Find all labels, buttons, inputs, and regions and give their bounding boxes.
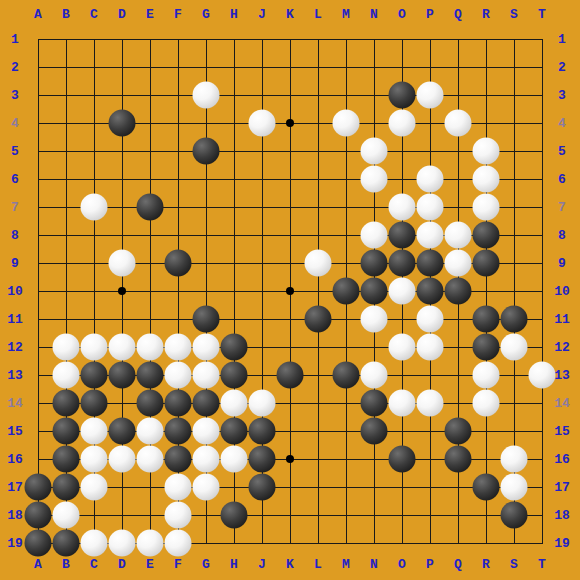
intersection-R4[interactable] <box>472 109 500 137</box>
intersection-E12[interactable] <box>136 333 164 361</box>
intersection-M2[interactable] <box>332 53 360 81</box>
intersection-F17[interactable] <box>164 473 192 501</box>
intersection-O11[interactable] <box>388 305 416 333</box>
intersection-R11[interactable] <box>472 305 500 333</box>
intersection-D12[interactable] <box>108 333 136 361</box>
intersection-F11[interactable] <box>164 305 192 333</box>
intersection-L2[interactable] <box>304 53 332 81</box>
intersection-A9[interactable] <box>24 249 52 277</box>
intersection-E5[interactable] <box>136 137 164 165</box>
intersection-J17[interactable] <box>248 473 276 501</box>
intersection-P19[interactable] <box>416 529 444 557</box>
intersection-T5[interactable] <box>528 137 556 165</box>
intersection-T10[interactable] <box>528 277 556 305</box>
intersection-L15[interactable] <box>304 417 332 445</box>
intersection-S14[interactable] <box>500 389 528 417</box>
intersection-B17[interactable] <box>52 473 80 501</box>
intersection-O9[interactable] <box>388 249 416 277</box>
intersection-B12[interactable] <box>52 333 80 361</box>
intersection-P8[interactable] <box>416 221 444 249</box>
intersection-C6[interactable] <box>80 165 108 193</box>
intersection-H14[interactable] <box>220 389 248 417</box>
intersection-S8[interactable] <box>500 221 528 249</box>
intersection-K18[interactable] <box>276 501 304 529</box>
intersection-A11[interactable] <box>24 305 52 333</box>
intersection-N3[interactable] <box>360 81 388 109</box>
intersection-A19[interactable] <box>24 529 52 557</box>
intersection-L17[interactable] <box>304 473 332 501</box>
intersection-L3[interactable] <box>304 81 332 109</box>
intersection-C2[interactable] <box>80 53 108 81</box>
intersection-L12[interactable] <box>304 333 332 361</box>
intersection-B6[interactable] <box>52 165 80 193</box>
intersection-Q8[interactable] <box>444 221 472 249</box>
intersection-E4[interactable] <box>136 109 164 137</box>
intersection-B18[interactable] <box>52 501 80 529</box>
intersection-J18[interactable] <box>248 501 276 529</box>
intersection-B4[interactable] <box>52 109 80 137</box>
intersection-O2[interactable] <box>388 53 416 81</box>
intersection-O6[interactable] <box>388 165 416 193</box>
intersection-D16[interactable] <box>108 445 136 473</box>
intersection-O15[interactable] <box>388 417 416 445</box>
intersection-K13[interactable] <box>276 361 304 389</box>
intersection-Q12[interactable] <box>444 333 472 361</box>
intersection-S16[interactable] <box>500 445 528 473</box>
intersection-K4[interactable] <box>276 109 304 137</box>
intersection-M6[interactable] <box>332 165 360 193</box>
intersection-E3[interactable] <box>136 81 164 109</box>
intersection-K3[interactable] <box>276 81 304 109</box>
intersection-E15[interactable] <box>136 417 164 445</box>
intersection-T14[interactable] <box>528 389 556 417</box>
intersection-L7[interactable] <box>304 193 332 221</box>
intersection-H19[interactable] <box>220 529 248 557</box>
intersection-T12[interactable] <box>528 333 556 361</box>
intersection-J2[interactable] <box>248 53 276 81</box>
intersection-F9[interactable] <box>164 249 192 277</box>
intersection-M8[interactable] <box>332 221 360 249</box>
intersection-S2[interactable] <box>500 53 528 81</box>
intersection-P17[interactable] <box>416 473 444 501</box>
intersection-G8[interactable] <box>192 221 220 249</box>
intersection-Q16[interactable] <box>444 445 472 473</box>
intersection-K9[interactable] <box>276 249 304 277</box>
intersection-C4[interactable] <box>80 109 108 137</box>
intersection-R16[interactable] <box>472 445 500 473</box>
intersection-H12[interactable] <box>220 333 248 361</box>
intersection-Q17[interactable] <box>444 473 472 501</box>
intersection-A5[interactable] <box>24 137 52 165</box>
intersection-F18[interactable] <box>164 501 192 529</box>
intersection-G4[interactable] <box>192 109 220 137</box>
intersection-F7[interactable] <box>164 193 192 221</box>
intersection-C12[interactable] <box>80 333 108 361</box>
intersection-Q1[interactable] <box>444 25 472 53</box>
intersection-N15[interactable] <box>360 417 388 445</box>
intersection-K19[interactable] <box>276 529 304 557</box>
intersection-N19[interactable] <box>360 529 388 557</box>
intersection-R3[interactable] <box>472 81 500 109</box>
intersection-D1[interactable] <box>108 25 136 53</box>
intersection-K2[interactable] <box>276 53 304 81</box>
intersection-R13[interactable] <box>472 361 500 389</box>
intersection-E8[interactable] <box>136 221 164 249</box>
intersection-H3[interactable] <box>220 81 248 109</box>
intersection-S3[interactable] <box>500 81 528 109</box>
intersection-T18[interactable] <box>528 501 556 529</box>
intersection-R17[interactable] <box>472 473 500 501</box>
intersection-L10[interactable] <box>304 277 332 305</box>
intersection-B19[interactable] <box>52 529 80 557</box>
intersection-D10[interactable] <box>108 277 136 305</box>
intersection-D3[interactable] <box>108 81 136 109</box>
intersection-H10[interactable] <box>220 277 248 305</box>
intersection-D4[interactable] <box>108 109 136 137</box>
intersection-T19[interactable] <box>528 529 556 557</box>
intersection-P11[interactable] <box>416 305 444 333</box>
intersection-H16[interactable] <box>220 445 248 473</box>
intersection-B14[interactable] <box>52 389 80 417</box>
intersection-D8[interactable] <box>108 221 136 249</box>
intersection-K11[interactable] <box>276 305 304 333</box>
intersection-A3[interactable] <box>24 81 52 109</box>
intersection-K15[interactable] <box>276 417 304 445</box>
intersection-M14[interactable] <box>332 389 360 417</box>
intersection-E6[interactable] <box>136 165 164 193</box>
intersection-G7[interactable] <box>192 193 220 221</box>
intersection-K16[interactable] <box>276 445 304 473</box>
intersection-A16[interactable] <box>24 445 52 473</box>
intersection-S4[interactable] <box>500 109 528 137</box>
intersection-J10[interactable] <box>248 277 276 305</box>
intersection-A15[interactable] <box>24 417 52 445</box>
intersection-O7[interactable] <box>388 193 416 221</box>
intersection-R2[interactable] <box>472 53 500 81</box>
intersection-B10[interactable] <box>52 277 80 305</box>
intersection-P13[interactable] <box>416 361 444 389</box>
intersection-M1[interactable] <box>332 25 360 53</box>
intersection-O12[interactable] <box>388 333 416 361</box>
intersection-J5[interactable] <box>248 137 276 165</box>
intersection-S9[interactable] <box>500 249 528 277</box>
intersection-G3[interactable] <box>192 81 220 109</box>
intersection-M15[interactable] <box>332 417 360 445</box>
intersection-B8[interactable] <box>52 221 80 249</box>
intersection-G14[interactable] <box>192 389 220 417</box>
intersection-J9[interactable] <box>248 249 276 277</box>
intersection-N9[interactable] <box>360 249 388 277</box>
intersection-N6[interactable] <box>360 165 388 193</box>
intersection-K1[interactable] <box>276 25 304 53</box>
intersection-H17[interactable] <box>220 473 248 501</box>
intersection-L13[interactable] <box>304 361 332 389</box>
intersection-N10[interactable] <box>360 277 388 305</box>
intersection-A10[interactable] <box>24 277 52 305</box>
intersection-C16[interactable] <box>80 445 108 473</box>
intersection-G11[interactable] <box>192 305 220 333</box>
intersection-C8[interactable] <box>80 221 108 249</box>
intersection-C11[interactable] <box>80 305 108 333</box>
intersection-A12[interactable] <box>24 333 52 361</box>
intersection-G6[interactable] <box>192 165 220 193</box>
intersection-F14[interactable] <box>164 389 192 417</box>
intersection-D2[interactable] <box>108 53 136 81</box>
intersection-J6[interactable] <box>248 165 276 193</box>
intersection-B2[interactable] <box>52 53 80 81</box>
intersection-P12[interactable] <box>416 333 444 361</box>
intersection-B15[interactable] <box>52 417 80 445</box>
intersection-P6[interactable] <box>416 165 444 193</box>
intersection-R1[interactable] <box>472 25 500 53</box>
intersection-M18[interactable] <box>332 501 360 529</box>
intersection-O14[interactable] <box>388 389 416 417</box>
intersection-P16[interactable] <box>416 445 444 473</box>
intersection-P3[interactable] <box>416 81 444 109</box>
intersection-K10[interactable] <box>276 277 304 305</box>
intersection-O17[interactable] <box>388 473 416 501</box>
intersection-B11[interactable] <box>52 305 80 333</box>
intersection-S19[interactable] <box>500 529 528 557</box>
intersection-S1[interactable] <box>500 25 528 53</box>
intersection-C18[interactable] <box>80 501 108 529</box>
intersection-Q7[interactable] <box>444 193 472 221</box>
intersection-C7[interactable] <box>80 193 108 221</box>
intersection-H11[interactable] <box>220 305 248 333</box>
intersection-H5[interactable] <box>220 137 248 165</box>
intersection-E19[interactable] <box>136 529 164 557</box>
intersection-H13[interactable] <box>220 361 248 389</box>
intersection-C14[interactable] <box>80 389 108 417</box>
intersection-F2[interactable] <box>164 53 192 81</box>
intersection-E13[interactable] <box>136 361 164 389</box>
intersection-Q4[interactable] <box>444 109 472 137</box>
intersection-S5[interactable] <box>500 137 528 165</box>
intersection-Q11[interactable] <box>444 305 472 333</box>
intersection-G16[interactable] <box>192 445 220 473</box>
intersection-G10[interactable] <box>192 277 220 305</box>
intersection-N1[interactable] <box>360 25 388 53</box>
intersection-R14[interactable] <box>472 389 500 417</box>
intersection-P7[interactable] <box>416 193 444 221</box>
intersection-K7[interactable] <box>276 193 304 221</box>
intersection-H4[interactable] <box>220 109 248 137</box>
intersection-J4[interactable] <box>248 109 276 137</box>
intersection-G17[interactable] <box>192 473 220 501</box>
intersection-H1[interactable] <box>220 25 248 53</box>
intersection-E10[interactable] <box>136 277 164 305</box>
intersection-Q5[interactable] <box>444 137 472 165</box>
intersection-S6[interactable] <box>500 165 528 193</box>
intersection-J8[interactable] <box>248 221 276 249</box>
intersection-C10[interactable] <box>80 277 108 305</box>
intersection-L8[interactable] <box>304 221 332 249</box>
intersection-L14[interactable] <box>304 389 332 417</box>
intersection-R9[interactable] <box>472 249 500 277</box>
intersection-K5[interactable] <box>276 137 304 165</box>
intersection-N8[interactable] <box>360 221 388 249</box>
intersection-B7[interactable] <box>52 193 80 221</box>
intersection-R10[interactable] <box>472 277 500 305</box>
intersection-J12[interactable] <box>248 333 276 361</box>
intersection-G1[interactable] <box>192 25 220 53</box>
intersection-E1[interactable] <box>136 25 164 53</box>
intersection-F10[interactable] <box>164 277 192 305</box>
intersection-N18[interactable] <box>360 501 388 529</box>
intersection-S10[interactable] <box>500 277 528 305</box>
intersection-L6[interactable] <box>304 165 332 193</box>
intersection-L16[interactable] <box>304 445 332 473</box>
intersection-P18[interactable] <box>416 501 444 529</box>
intersection-J3[interactable] <box>248 81 276 109</box>
intersection-O3[interactable] <box>388 81 416 109</box>
intersection-N7[interactable] <box>360 193 388 221</box>
intersection-D19[interactable] <box>108 529 136 557</box>
intersection-F1[interactable] <box>164 25 192 53</box>
intersection-N17[interactable] <box>360 473 388 501</box>
intersection-L4[interactable] <box>304 109 332 137</box>
intersection-S13[interactable] <box>500 361 528 389</box>
intersection-E2[interactable] <box>136 53 164 81</box>
intersection-A18[interactable] <box>24 501 52 529</box>
intersection-D5[interactable] <box>108 137 136 165</box>
intersection-C1[interactable] <box>80 25 108 53</box>
intersection-K6[interactable] <box>276 165 304 193</box>
intersection-P14[interactable] <box>416 389 444 417</box>
intersection-G12[interactable] <box>192 333 220 361</box>
intersection-M10[interactable] <box>332 277 360 305</box>
intersection-A1[interactable] <box>24 25 52 53</box>
intersection-D7[interactable] <box>108 193 136 221</box>
intersection-R12[interactable] <box>472 333 500 361</box>
intersection-A17[interactable] <box>24 473 52 501</box>
intersection-J15[interactable] <box>248 417 276 445</box>
intersection-E18[interactable] <box>136 501 164 529</box>
intersection-M13[interactable] <box>332 361 360 389</box>
intersection-B16[interactable] <box>52 445 80 473</box>
intersection-E14[interactable] <box>136 389 164 417</box>
intersection-D11[interactable] <box>108 305 136 333</box>
intersection-F5[interactable] <box>164 137 192 165</box>
intersection-P5[interactable] <box>416 137 444 165</box>
intersection-G15[interactable] <box>192 417 220 445</box>
intersection-N14[interactable] <box>360 389 388 417</box>
intersection-R7[interactable] <box>472 193 500 221</box>
intersection-P15[interactable] <box>416 417 444 445</box>
intersection-H15[interactable] <box>220 417 248 445</box>
intersection-R8[interactable] <box>472 221 500 249</box>
intersection-A6[interactable] <box>24 165 52 193</box>
intersection-A14[interactable] <box>24 389 52 417</box>
intersection-M11[interactable] <box>332 305 360 333</box>
intersection-M19[interactable] <box>332 529 360 557</box>
intersection-P1[interactable] <box>416 25 444 53</box>
intersection-J14[interactable] <box>248 389 276 417</box>
intersection-M9[interactable] <box>332 249 360 277</box>
intersection-D9[interactable] <box>108 249 136 277</box>
intersection-C9[interactable] <box>80 249 108 277</box>
intersection-O13[interactable] <box>388 361 416 389</box>
intersection-T4[interactable] <box>528 109 556 137</box>
intersection-B3[interactable] <box>52 81 80 109</box>
intersection-C5[interactable] <box>80 137 108 165</box>
intersection-H2[interactable] <box>220 53 248 81</box>
intersection-K12[interactable] <box>276 333 304 361</box>
intersection-J16[interactable] <box>248 445 276 473</box>
intersection-N16[interactable] <box>360 445 388 473</box>
intersection-N5[interactable] <box>360 137 388 165</box>
intersection-F6[interactable] <box>164 165 192 193</box>
intersection-T16[interactable] <box>528 445 556 473</box>
intersection-R19[interactable] <box>472 529 500 557</box>
intersection-J7[interactable] <box>248 193 276 221</box>
intersection-R15[interactable] <box>472 417 500 445</box>
intersection-O8[interactable] <box>388 221 416 249</box>
intersection-J1[interactable] <box>248 25 276 53</box>
intersection-S17[interactable] <box>500 473 528 501</box>
intersection-A2[interactable] <box>24 53 52 81</box>
intersection-H8[interactable] <box>220 221 248 249</box>
intersection-B1[interactable] <box>52 25 80 53</box>
intersection-D18[interactable] <box>108 501 136 529</box>
intersection-A8[interactable] <box>24 221 52 249</box>
intersection-H6[interactable] <box>220 165 248 193</box>
intersection-G9[interactable] <box>192 249 220 277</box>
intersection-H7[interactable] <box>220 193 248 221</box>
intersection-A13[interactable] <box>24 361 52 389</box>
intersection-M17[interactable] <box>332 473 360 501</box>
intersection-A7[interactable] <box>24 193 52 221</box>
intersection-T9[interactable] <box>528 249 556 277</box>
intersection-T3[interactable] <box>528 81 556 109</box>
intersection-N4[interactable] <box>360 109 388 137</box>
intersection-J13[interactable] <box>248 361 276 389</box>
intersection-E17[interactable] <box>136 473 164 501</box>
intersection-R5[interactable] <box>472 137 500 165</box>
intersection-K8[interactable] <box>276 221 304 249</box>
intersection-T1[interactable] <box>528 25 556 53</box>
intersection-D13[interactable] <box>108 361 136 389</box>
intersection-Q2[interactable] <box>444 53 472 81</box>
intersection-O16[interactable] <box>388 445 416 473</box>
intersection-M7[interactable] <box>332 193 360 221</box>
intersection-S15[interactable] <box>500 417 528 445</box>
intersection-P10[interactable] <box>416 277 444 305</box>
intersection-O18[interactable] <box>388 501 416 529</box>
intersection-N13[interactable] <box>360 361 388 389</box>
intersection-G13[interactable] <box>192 361 220 389</box>
intersection-B13[interactable] <box>52 361 80 389</box>
intersection-M16[interactable] <box>332 445 360 473</box>
intersection-R6[interactable] <box>472 165 500 193</box>
intersection-J19[interactable] <box>248 529 276 557</box>
intersection-K17[interactable] <box>276 473 304 501</box>
intersection-E11[interactable] <box>136 305 164 333</box>
intersection-O1[interactable] <box>388 25 416 53</box>
intersection-D17[interactable] <box>108 473 136 501</box>
intersection-G2[interactable] <box>192 53 220 81</box>
intersection-N11[interactable] <box>360 305 388 333</box>
intersection-Q10[interactable] <box>444 277 472 305</box>
intersection-G5[interactable] <box>192 137 220 165</box>
intersection-E9[interactable] <box>136 249 164 277</box>
intersection-D6[interactable] <box>108 165 136 193</box>
intersection-T13[interactable] <box>528 361 556 389</box>
intersection-A4[interactable] <box>24 109 52 137</box>
intersection-T2[interactable] <box>528 53 556 81</box>
intersection-F8[interactable] <box>164 221 192 249</box>
intersection-Q13[interactable] <box>444 361 472 389</box>
